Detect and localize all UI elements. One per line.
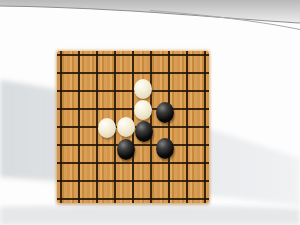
board-cell	[151, 91, 169, 109]
board-cell	[115, 109, 133, 127]
stone-black[interactable]	[135, 121, 153, 142]
stone-black[interactable]	[156, 102, 174, 123]
stone-white[interactable]	[134, 100, 152, 120]
slide-background: { "game": "go", "board": { "description"…	[0, 0, 300, 225]
stone-white[interactable]	[117, 117, 135, 137]
top-swoosh-line	[0, 6, 300, 23]
stone-black[interactable]	[156, 138, 174, 159]
top-swoosh-band	[0, 0, 300, 23]
board-cells[interactable]	[57, 51, 209, 203]
board-cell	[151, 127, 169, 145]
top-swoosh-line2	[150, 11, 300, 30]
bottom-gray-band	[0, 205, 300, 225]
stone-white[interactable]	[98, 118, 116, 138]
go-board[interactable]	[57, 51, 209, 203]
board-cell	[133, 73, 151, 91]
stone-white[interactable]	[134, 79, 152, 99]
board-cell	[97, 109, 115, 127]
stone-black[interactable]	[117, 139, 135, 160]
